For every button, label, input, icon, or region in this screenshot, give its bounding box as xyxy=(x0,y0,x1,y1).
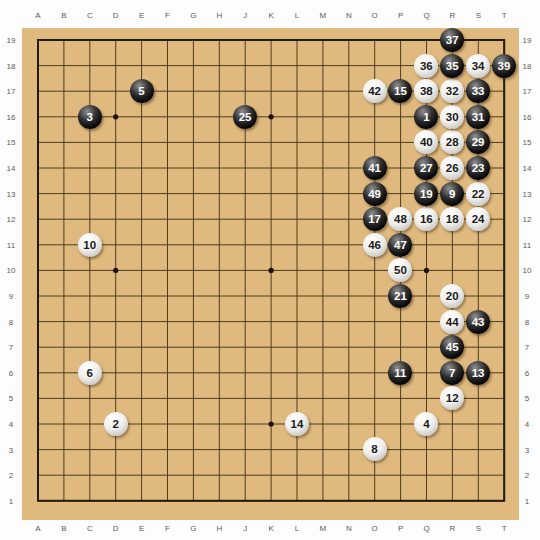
stone-grid: 1234567891011121314151617181920212223242… xyxy=(25,27,517,513)
row-label-left: 4 xyxy=(9,420,13,429)
row-label-right: 19 xyxy=(523,36,532,45)
column-label-bottom: C xyxy=(87,524,93,533)
stone-25[interactable]: 25 xyxy=(233,105,257,129)
stone-37[interactable]: 37 xyxy=(440,28,464,52)
stone-19[interactable]: 19 xyxy=(414,182,438,206)
stone-7[interactable]: 7 xyxy=(440,361,464,385)
stone-1[interactable]: 1 xyxy=(414,105,438,129)
column-label-top: R xyxy=(450,11,456,20)
stone-9[interactable]: 9 xyxy=(440,182,464,206)
column-label-bottom: K xyxy=(268,524,273,533)
row-label-right: 5 xyxy=(525,394,529,403)
stone-49[interactable]: 49 xyxy=(363,182,387,206)
stone-26[interactable]: 26 xyxy=(440,156,464,180)
row-label-left: 15 xyxy=(7,138,16,147)
row-label-left: 14 xyxy=(7,164,16,173)
row-label-right: 18 xyxy=(523,61,532,70)
stone-10[interactable]: 10 xyxy=(78,233,102,257)
column-label-top: H xyxy=(216,11,222,20)
row-label-left: 8 xyxy=(9,317,13,326)
stone-12[interactable]: 12 xyxy=(440,386,464,410)
column-label-top: O xyxy=(372,11,378,20)
stone-40[interactable]: 40 xyxy=(414,130,438,154)
stone-48[interactable]: 48 xyxy=(388,207,412,231)
stone-15[interactable]: 15 xyxy=(388,79,412,103)
stone-32[interactable]: 32 xyxy=(440,79,464,103)
stone-21[interactable]: 21 xyxy=(388,284,412,308)
column-label-top: L xyxy=(295,11,299,20)
stone-50[interactable]: 50 xyxy=(388,258,412,282)
stone-39[interactable]: 39 xyxy=(492,54,516,78)
column-label-bottom: B xyxy=(61,524,66,533)
row-label-left: 16 xyxy=(7,112,16,121)
row-label-right: 15 xyxy=(523,138,532,147)
row-label-right: 3 xyxy=(525,445,529,454)
column-label-bottom: A xyxy=(35,524,40,533)
stone-8[interactable]: 8 xyxy=(363,437,387,461)
stone-34[interactable]: 34 xyxy=(466,54,490,78)
column-label-top: C xyxy=(87,11,93,20)
row-label-right: 10 xyxy=(523,266,532,275)
stone-2[interactable]: 2 xyxy=(104,412,128,436)
stone-35[interactable]: 35 xyxy=(440,54,464,78)
stone-47[interactable]: 47 xyxy=(388,233,412,257)
column-label-bottom: D xyxy=(113,524,119,533)
row-label-left: 12 xyxy=(7,215,16,224)
row-label-left: 2 xyxy=(9,471,13,480)
row-label-left: 3 xyxy=(9,445,13,454)
column-label-bottom: P xyxy=(398,524,403,533)
column-label-top: E xyxy=(139,11,144,20)
row-label-left: 13 xyxy=(7,189,16,198)
column-label-top: F xyxy=(165,11,170,20)
row-label-right: 9 xyxy=(525,292,529,301)
column-label-bottom: M xyxy=(320,524,327,533)
column-label-top: B xyxy=(61,11,66,20)
row-label-right: 1 xyxy=(525,496,529,505)
row-label-left: 11 xyxy=(7,240,15,249)
stone-41[interactable]: 41 xyxy=(363,156,387,180)
column-label-top: Q xyxy=(423,11,429,20)
stone-38[interactable]: 38 xyxy=(414,79,438,103)
row-label-left: 7 xyxy=(9,343,13,352)
row-label-left: 10 xyxy=(7,266,16,275)
stone-22[interactable]: 22 xyxy=(466,182,490,206)
column-label-top: P xyxy=(398,11,403,20)
row-label-right: 8 xyxy=(525,317,529,326)
row-label-left: 1 xyxy=(9,496,13,505)
stone-4[interactable]: 4 xyxy=(414,412,438,436)
stone-11[interactable]: 11 xyxy=(388,361,412,385)
column-label-bottom: T xyxy=(502,524,507,533)
stone-13[interactable]: 13 xyxy=(466,361,490,385)
column-label-top: G xyxy=(190,11,196,20)
stone-42[interactable]: 42 xyxy=(363,79,387,103)
stone-45[interactable]: 45 xyxy=(440,335,464,359)
stone-6[interactable]: 6 xyxy=(78,361,102,385)
row-label-right: 13 xyxy=(523,189,532,198)
row-label-right: 14 xyxy=(523,164,532,173)
column-label-bottom: O xyxy=(372,524,378,533)
column-label-bottom: H xyxy=(216,524,222,533)
row-label-left: 19 xyxy=(7,36,16,45)
column-label-bottom: J xyxy=(243,524,247,533)
row-label-right: 4 xyxy=(525,420,529,429)
stone-16[interactable]: 16 xyxy=(414,207,438,231)
row-label-right: 11 xyxy=(523,240,531,249)
row-label-right: 2 xyxy=(525,471,529,480)
stone-18[interactable]: 18 xyxy=(440,207,464,231)
stone-33[interactable]: 33 xyxy=(466,79,490,103)
column-label-bottom: N xyxy=(346,524,352,533)
column-label-bottom: R xyxy=(450,524,456,533)
row-label-left: 18 xyxy=(7,61,16,70)
stone-14[interactable]: 14 xyxy=(285,412,309,436)
column-label-top: M xyxy=(320,11,327,20)
column-label-top: N xyxy=(346,11,352,20)
column-label-top: D xyxy=(113,11,119,20)
row-label-right: 17 xyxy=(523,87,532,96)
stone-44[interactable]: 44 xyxy=(440,310,464,334)
column-label-bottom: L xyxy=(295,524,299,533)
stone-28[interactable]: 28 xyxy=(440,130,464,154)
column-label-bottom: E xyxy=(139,524,144,533)
row-label-left: 9 xyxy=(9,292,13,301)
column-label-top: T xyxy=(502,11,507,20)
stone-5[interactable]: 5 xyxy=(130,79,154,103)
column-label-top: S xyxy=(476,11,481,20)
row-label-left: 5 xyxy=(9,394,13,403)
stone-43[interactable]: 43 xyxy=(466,310,490,334)
row-label-left: 17 xyxy=(7,87,16,96)
stone-24[interactable]: 24 xyxy=(466,207,490,231)
column-label-bottom: Q xyxy=(423,524,429,533)
column-label-bottom: S xyxy=(476,524,481,533)
column-label-bottom: G xyxy=(190,524,196,533)
row-label-right: 7 xyxy=(525,343,529,352)
stone-3[interactable]: 3 xyxy=(78,105,102,129)
stone-46[interactable]: 46 xyxy=(363,233,387,257)
row-label-left: 6 xyxy=(9,368,13,377)
stone-31[interactable]: 31 xyxy=(466,105,490,129)
stone-27[interactable]: 27 xyxy=(414,156,438,180)
stone-17[interactable]: 17 xyxy=(363,207,387,231)
stone-30[interactable]: 30 xyxy=(440,105,464,129)
row-label-right: 12 xyxy=(523,215,532,224)
column-label-top: J xyxy=(243,11,247,20)
stone-36[interactable]: 36 xyxy=(414,54,438,78)
row-label-right: 16 xyxy=(523,112,532,121)
column-label-top: A xyxy=(35,11,40,20)
row-label-right: 6 xyxy=(525,368,529,377)
stone-29[interactable]: 29 xyxy=(466,130,490,154)
column-label-top: K xyxy=(268,11,273,20)
stone-20[interactable]: 20 xyxy=(440,284,464,308)
stone-23[interactable]: 23 xyxy=(466,156,490,180)
column-label-bottom: F xyxy=(165,524,170,533)
